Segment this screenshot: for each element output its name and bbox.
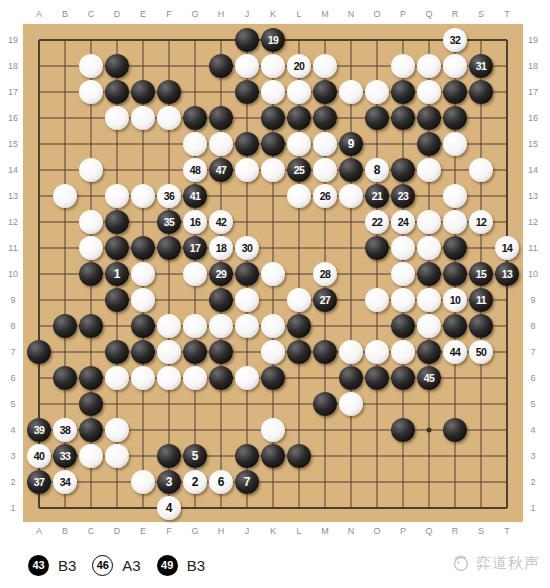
move-number: 50 [476, 346, 487, 358]
black-stone-D18 [105, 54, 129, 78]
coordinate-label: C [88, 527, 95, 536]
coordinate-label: 7 [530, 348, 535, 357]
white-stone-H2: 6 [209, 470, 233, 494]
black-stone-K3 [261, 444, 285, 468]
black-stone-H7 [209, 340, 233, 364]
white-stone-P11 [391, 236, 415, 260]
move-number: 17 [190, 242, 201, 254]
black-stone-G11: 17 [183, 236, 207, 260]
black-stone-G7 [183, 340, 207, 364]
black-stone-P14 [391, 158, 415, 182]
white-stone-D16 [105, 106, 129, 130]
move-number: 19 [268, 34, 279, 46]
white-stone-M15 [313, 132, 337, 156]
white-stone-L15 [287, 132, 311, 156]
white-stone-A3: 40 [27, 444, 51, 468]
move-number: 32 [450, 34, 461, 46]
white-stone-D13 [105, 184, 129, 208]
white-stone-E9 [131, 288, 155, 312]
white-stone-C18 [79, 54, 103, 78]
coordinate-label: G [191, 527, 198, 536]
move-number: 37 [34, 476, 45, 488]
black-stone-C8 [79, 314, 103, 338]
coordinate-label: 3 [530, 452, 535, 461]
star-point [427, 428, 432, 433]
white-stone-O12: 22 [365, 210, 389, 234]
move-number: 1 [114, 267, 121, 281]
coordinate-label: O [373, 527, 380, 536]
coordinate-label: 17 [8, 88, 18, 97]
white-stone-N17 [339, 80, 363, 104]
white-stone-B13 [53, 184, 77, 208]
coordinate-label: E [140, 10, 146, 19]
white-stone-L18: 20 [287, 54, 311, 78]
black-stone-R4 [443, 418, 467, 442]
move-number: 29 [216, 268, 227, 280]
coordinate-label: B [62, 527, 68, 536]
black-stone-J10 [235, 262, 259, 286]
white-stone-P9 [391, 288, 415, 312]
white-stone-E13 [131, 184, 155, 208]
white-stone-E2 [131, 470, 155, 494]
black-stone-R11 [443, 236, 467, 260]
move-number: 23 [398, 190, 409, 202]
black-stone-D17 [105, 80, 129, 104]
move-number: 31 [476, 60, 487, 72]
white-stone-J9 [235, 288, 259, 312]
move-number: 9 [348, 137, 355, 151]
black-stone-A4: 39 [27, 418, 51, 442]
move-number: 14 [502, 242, 513, 254]
white-stone-N5 [339, 392, 363, 416]
white-stone-Q17 [417, 80, 441, 104]
coordinate-label: 10 [528, 270, 538, 279]
black-stone-E7 [131, 340, 155, 364]
coordinate-label: B [62, 10, 68, 19]
white-stone-K17 [261, 80, 285, 104]
white-stone-R15 [443, 132, 467, 156]
black-stone-J15 [235, 132, 259, 156]
coordinate-label: P [400, 10, 406, 19]
coordinate-label: 11 [8, 244, 17, 253]
coordinate-label: 8 [10, 322, 15, 331]
move-number: 48 [190, 164, 201, 176]
black-stone-E11 [131, 236, 155, 260]
coordinate-label: 5 [10, 400, 15, 409]
black-stone-A7 [27, 340, 51, 364]
black-stone-P4 [391, 418, 415, 442]
black-stone-H14: 47 [209, 158, 233, 182]
black-stone-Q15 [417, 132, 441, 156]
move-number: 18 [216, 242, 227, 254]
white-stone-G12: 16 [183, 210, 207, 234]
coordinate-label: 19 [8, 36, 18, 45]
white-stone-Q8 [417, 314, 441, 338]
black-stone-N6 [339, 366, 363, 390]
white-stone-F16 [157, 106, 181, 130]
coordinate-label: 3 [10, 452, 15, 461]
coordinate-label: 10 [8, 270, 18, 279]
black-stone-F3 [157, 444, 181, 468]
black-stone-N15: 9 [339, 132, 363, 156]
black-stone-H6 [209, 366, 233, 390]
caption-white-stone-46: 46 [92, 555, 113, 576]
move-number: 15 [476, 268, 487, 280]
white-stone-S14 [469, 158, 493, 182]
move-number: 16 [190, 216, 201, 228]
white-stone-G14: 48 [183, 158, 207, 182]
white-stone-B2: 34 [53, 470, 77, 494]
move-number: 27 [320, 294, 331, 306]
coordinate-label: L [296, 10, 301, 19]
coordinate-label: 9 [530, 296, 535, 305]
white-stone-H8 [209, 314, 233, 338]
black-stone-D11 [105, 236, 129, 260]
white-stone-F8 [157, 314, 181, 338]
coordinate-label: P [400, 527, 406, 536]
white-stone-S7: 50 [469, 340, 493, 364]
white-stone-R9: 10 [443, 288, 467, 312]
white-stone-K10 [261, 262, 285, 286]
black-stone-D7 [105, 340, 129, 364]
black-stone-H9 [209, 288, 233, 312]
black-stone-J19 [235, 28, 259, 52]
black-stone-G13: 41 [183, 184, 207, 208]
white-stone-Q14 [417, 158, 441, 182]
black-stone-R10 [443, 262, 467, 286]
coordinate-label: 9 [10, 296, 15, 305]
black-stone-G16 [183, 106, 207, 130]
coordinate-label: D [114, 527, 121, 536]
coordinate-label: S [478, 10, 484, 19]
black-stone-Q10 [417, 262, 441, 286]
black-stone-F2: 3 [157, 470, 181, 494]
coordinate-label: L [296, 527, 301, 536]
coordinate-label: N [348, 527, 355, 536]
black-stone-R17 [443, 80, 467, 104]
black-stone-M9: 27 [313, 288, 337, 312]
coordinate-label: R [452, 10, 459, 19]
black-stone-Q6: 45 [417, 366, 441, 390]
white-stone-J18 [235, 54, 259, 78]
coordinate-label: 15 [528, 140, 538, 149]
coordinate-label: S [478, 527, 484, 536]
white-stone-Q18 [417, 54, 441, 78]
black-stone-M17 [313, 80, 337, 104]
white-stone-Q11 [417, 236, 441, 260]
move-number: 22 [372, 216, 383, 228]
caption-black-stone-49: 49 [157, 555, 178, 576]
move-number: 40 [34, 450, 45, 462]
move-number: 34 [60, 476, 71, 488]
white-stone-R13 [443, 184, 467, 208]
caption-move-location: A3 [122, 557, 140, 574]
black-stone-K6 [261, 366, 285, 390]
black-stone-J17 [235, 80, 259, 104]
white-stone-J11: 30 [235, 236, 259, 260]
black-stone-P17 [391, 80, 415, 104]
watermark-logo-icon [451, 553, 471, 573]
black-stone-P13: 23 [391, 184, 415, 208]
coordinate-label: 19 [528, 36, 538, 45]
white-stone-G6 [183, 366, 207, 390]
coordinate-label: M [321, 10, 329, 19]
coordinate-label: D [114, 10, 121, 19]
move-number: 21 [372, 190, 383, 202]
white-stone-P18 [391, 54, 415, 78]
coordinate-label: 14 [528, 166, 538, 175]
coordinate-label: 11 [528, 244, 537, 253]
move-number: 36 [164, 190, 175, 202]
white-stone-D4 [105, 418, 129, 442]
white-stone-O7 [365, 340, 389, 364]
coordinate-label: N [348, 10, 355, 19]
white-stone-E16 [131, 106, 155, 130]
black-stone-P8 [391, 314, 415, 338]
watermark: 弈道秋声 [451, 553, 540, 573]
black-stone-E17 [131, 80, 155, 104]
move-number: 26 [320, 190, 331, 202]
black-stone-N14 [339, 158, 363, 182]
move-number: 39 [34, 424, 45, 436]
black-stone-B6 [53, 366, 77, 390]
coordinate-label: T [504, 527, 510, 536]
coordinate-label: 6 [10, 374, 15, 383]
coordinate-label: 6 [530, 374, 535, 383]
coordinate-label: 4 [10, 426, 15, 435]
black-stone-O11 [365, 236, 389, 260]
black-stone-M16 [313, 106, 337, 130]
coordinate-label: 18 [8, 62, 18, 71]
move-number: 7 [244, 475, 251, 489]
black-stone-O6 [365, 366, 389, 390]
black-stone-L14: 25 [287, 158, 311, 182]
white-stone-C14 [79, 158, 103, 182]
black-stone-B3: 33 [53, 444, 77, 468]
white-stone-R7: 44 [443, 340, 467, 364]
coordinate-label: 12 [8, 218, 18, 227]
black-stone-F12: 35 [157, 210, 181, 234]
coordinate-label: 16 [528, 114, 538, 123]
black-stone-D10: 1 [105, 262, 129, 286]
white-stone-Q9 [417, 288, 441, 312]
move-number: 41 [190, 190, 201, 202]
black-stone-S18: 31 [469, 54, 493, 78]
black-stone-H16 [209, 106, 233, 130]
white-stone-E10 [131, 262, 155, 286]
move-number: 2 [192, 475, 199, 489]
white-stone-M14 [313, 158, 337, 182]
coordinate-label: 16 [8, 114, 18, 123]
move-number: 13 [502, 268, 513, 280]
white-stone-M10: 28 [313, 262, 337, 286]
white-stone-C12 [79, 210, 103, 234]
black-stone-H18 [209, 54, 233, 78]
coordinate-label: F [166, 10, 172, 19]
white-stone-K4 [261, 418, 285, 442]
white-stone-R18 [443, 54, 467, 78]
white-stone-J8 [235, 314, 259, 338]
caption-move-location: B3 [187, 557, 205, 574]
watermark-text: 弈道秋声 [476, 554, 540, 573]
coordinate-label: 5 [530, 400, 535, 409]
white-stone-O14: 8 [365, 158, 389, 182]
coordinate-label: E [140, 527, 146, 536]
white-stone-J14 [235, 158, 259, 182]
white-stone-C11 [79, 236, 103, 260]
move-number: 35 [164, 216, 175, 228]
coordinate-label: T [504, 10, 510, 19]
move-annotation-caption: 43B346A349B3 [28, 551, 212, 579]
white-stone-F13: 36 [157, 184, 181, 208]
white-stone-K14 [261, 158, 285, 182]
coordinate-label: 8 [530, 322, 535, 331]
black-stone-R16 [443, 106, 467, 130]
black-stone-K15 [261, 132, 285, 156]
black-stone-D12 [105, 210, 129, 234]
black-stone-H10: 29 [209, 262, 233, 286]
coordinate-label: J [245, 10, 250, 19]
white-stone-O9 [365, 288, 389, 312]
white-stone-P12: 24 [391, 210, 415, 234]
coordinate-label: F [166, 527, 172, 536]
white-stone-F7 [157, 340, 181, 364]
black-stone-S17 [469, 80, 493, 104]
white-stone-L9 [287, 288, 311, 312]
white-stone-P7 [391, 340, 415, 364]
move-number: 30 [242, 242, 253, 254]
white-stone-B4: 38 [53, 418, 77, 442]
coordinate-label: 14 [8, 166, 18, 175]
white-stone-H12: 42 [209, 210, 233, 234]
coordinate-label: K [270, 10, 276, 19]
white-stone-R19: 32 [443, 28, 467, 52]
coordinate-label: 13 [528, 192, 538, 201]
black-stone-O16 [365, 106, 389, 130]
black-stone-D9 [105, 288, 129, 312]
black-stone-O13: 21 [365, 184, 389, 208]
move-number: 45 [424, 372, 435, 384]
white-stone-G10 [183, 262, 207, 286]
white-stone-K8 [261, 314, 285, 338]
black-stone-S9: 11 [469, 288, 493, 312]
white-stone-L17 [287, 80, 311, 104]
white-stone-D6 [105, 366, 129, 390]
move-number: 3 [166, 475, 173, 489]
move-number: 10 [450, 294, 461, 306]
coordinate-label: 18 [528, 62, 538, 71]
coordinate-label: R [452, 527, 459, 536]
black-stone-R8 [443, 314, 467, 338]
coordinate-label: 15 [8, 140, 18, 149]
black-stone-J2: 7 [235, 470, 259, 494]
black-stone-T10: 13 [495, 262, 519, 286]
black-stone-P16 [391, 106, 415, 130]
white-stone-O17 [365, 80, 389, 104]
black-stone-M5 [313, 392, 337, 416]
move-number: 42 [216, 216, 227, 228]
coordinate-label: 7 [10, 348, 15, 357]
move-number: 33 [60, 450, 71, 462]
white-stone-D3 [105, 444, 129, 468]
move-number: 47 [216, 164, 227, 176]
coordinate-label: 2 [10, 478, 15, 487]
move-number: 28 [320, 268, 331, 280]
black-stone-M7 [313, 340, 337, 364]
move-number: 8 [374, 163, 381, 177]
white-stone-P10 [391, 262, 415, 286]
move-number: 20 [294, 60, 305, 72]
move-number: 38 [60, 424, 71, 436]
black-stone-C10 [79, 262, 103, 286]
coordinate-label: C [88, 10, 95, 19]
white-stone-G2: 2 [183, 470, 207, 494]
coordinate-label: O [373, 10, 380, 19]
black-stone-Q7 [417, 340, 441, 364]
caption-black-stone-43: 43 [28, 555, 49, 576]
white-stone-R12 [443, 210, 467, 234]
coordinate-label: K [270, 527, 276, 536]
white-stone-T11: 14 [495, 236, 519, 260]
coordinate-label: G [191, 10, 198, 19]
go-diagram: ABCDEFGHJKLMNOPQRST ABCDEFGHJKLMNOPQRST … [0, 0, 550, 588]
coordinate-label: 2 [530, 478, 535, 487]
white-stone-F6 [157, 366, 181, 390]
black-stone-L3 [287, 444, 311, 468]
move-number: 25 [294, 164, 305, 176]
move-number: 5 [192, 449, 199, 463]
white-stone-F1: 4 [157, 496, 181, 520]
white-stone-N13 [339, 184, 363, 208]
coordinate-label: M [321, 527, 329, 536]
coordinate-label: 17 [528, 88, 538, 97]
black-stone-K16 [261, 106, 285, 130]
move-number: 6 [218, 475, 225, 489]
move-number: 44 [450, 346, 461, 358]
coordinate-label: H [218, 10, 225, 19]
black-stone-E8 [131, 314, 155, 338]
black-stone-L7 [287, 340, 311, 364]
black-stone-C4 [79, 418, 103, 442]
coordinate-label: A [36, 527, 42, 536]
white-stone-M18 [313, 54, 337, 78]
coordinate-label: J [245, 527, 250, 536]
coordinate-label: A [36, 10, 42, 19]
white-stone-J6 [235, 366, 259, 390]
move-number: 4 [166, 501, 173, 515]
black-stone-P6 [391, 366, 415, 390]
coordinate-label: 12 [528, 218, 538, 227]
move-number: 11 [476, 294, 486, 306]
coordinate-label: Q [425, 527, 432, 536]
black-stone-F11 [157, 236, 181, 260]
coordinate-label: 1 [10, 504, 15, 513]
coordinate-label: 4 [530, 426, 535, 435]
caption-move-location: B3 [58, 557, 76, 574]
black-stone-K19: 19 [261, 28, 285, 52]
move-number: 24 [398, 216, 409, 228]
black-stone-G3: 5 [183, 444, 207, 468]
white-stone-C3 [79, 444, 103, 468]
white-stone-E6 [131, 366, 155, 390]
black-stone-J3 [235, 444, 259, 468]
black-stone-A2: 37 [27, 470, 51, 494]
white-stone-G8 [183, 314, 207, 338]
white-stone-C17 [79, 80, 103, 104]
coordinate-label: H [218, 527, 225, 536]
black-stone-F17 [157, 80, 181, 104]
coordinate-label: 13 [8, 192, 18, 201]
